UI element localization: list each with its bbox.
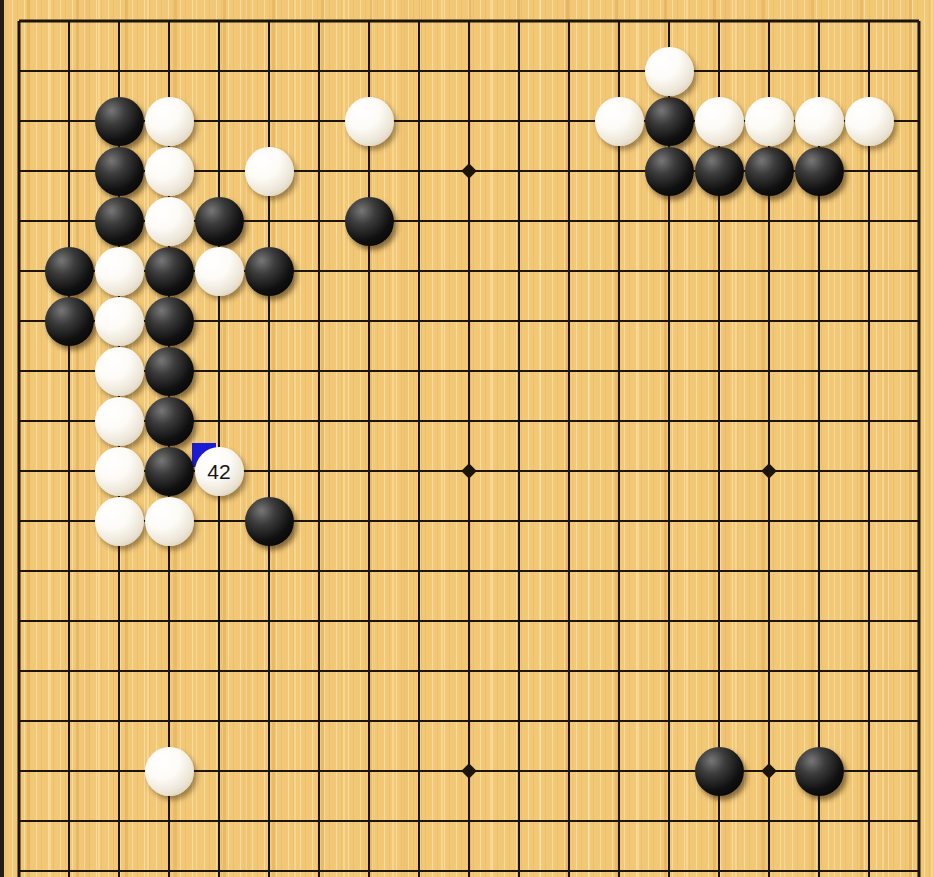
white-stone <box>345 97 394 146</box>
white-stone <box>145 497 194 546</box>
black-stone <box>695 147 744 196</box>
black-stone <box>145 347 194 396</box>
white-stone <box>95 497 144 546</box>
board-left-edge <box>0 0 4 877</box>
white-stone <box>95 247 144 296</box>
black-stone <box>145 447 194 496</box>
white-stone <box>145 747 194 796</box>
black-stone <box>245 497 294 546</box>
white-stone-move-42: 42 <box>195 447 244 496</box>
white-stone <box>95 347 144 396</box>
black-stone <box>795 747 844 796</box>
white-stone <box>145 147 194 196</box>
white-stone <box>845 97 894 146</box>
go-board[interactable]: 42 <box>0 0 934 877</box>
black-stone <box>245 247 294 296</box>
white-stone <box>145 197 194 246</box>
white-stone <box>145 97 194 146</box>
black-stone <box>695 747 744 796</box>
black-stone <box>645 147 694 196</box>
white-stone <box>595 97 644 146</box>
white-stone <box>95 397 144 446</box>
black-stone <box>145 247 194 296</box>
black-stone <box>45 297 94 346</box>
black-stone <box>195 197 244 246</box>
white-stone <box>795 97 844 146</box>
black-stone <box>145 397 194 446</box>
black-stone <box>95 97 144 146</box>
black-stone <box>745 147 794 196</box>
black-stone <box>645 97 694 146</box>
white-stone <box>695 97 744 146</box>
white-stone <box>95 447 144 496</box>
move-number-label: 42 <box>195 447 244 496</box>
black-stone <box>345 197 394 246</box>
black-stone <box>95 197 144 246</box>
white-stone <box>245 147 294 196</box>
white-stone <box>745 97 794 146</box>
black-stone <box>145 297 194 346</box>
black-stone <box>95 147 144 196</box>
white-stone <box>195 247 244 296</box>
black-stone <box>45 247 94 296</box>
white-stone <box>95 297 144 346</box>
black-stone <box>795 147 844 196</box>
white-stone <box>645 47 694 96</box>
